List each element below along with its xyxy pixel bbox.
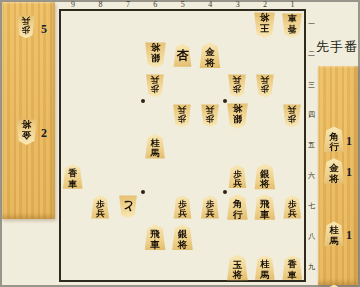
gote-hand-count-gold: 2 — [41, 126, 47, 141]
shogi-piece-bishop-sente-3七[interactable]: 角行 — [227, 194, 248, 220]
shogi-piece-lance-gote-1一[interactable]: 香車 — [282, 13, 302, 38]
piece-kanji: 車 — [260, 210, 270, 221]
board-cell-4五[interactable] — [198, 132, 225, 162]
board-cell-1六[interactable] — [281, 163, 308, 193]
piece-kanji: 将 — [233, 270, 243, 281]
piece-kanji: 車 — [288, 13, 297, 24]
board-cell-5九[interactable] — [171, 254, 198, 284]
rank-label-九: 九 — [307, 263, 316, 271]
piece-kanji: 車 — [150, 240, 160, 251]
board-cell-6七[interactable] — [143, 193, 170, 223]
rank-label-四: 四 — [307, 111, 316, 119]
piece-kanji: 歩 — [178, 114, 187, 124]
shogi-piece-pawn-sente-5七[interactable]: 歩兵 — [173, 195, 191, 219]
shogi-piece-knight-sente-hand[interactable]: 桂馬 — [324, 221, 344, 246]
shogi-piece-silver-sente-5八[interactable]: 銀将 — [172, 224, 193, 250]
piece-kanji: 馬 — [151, 148, 160, 159]
board-cell-4八[interactable] — [198, 223, 225, 253]
piece-kanji: 兵 — [288, 104, 297, 114]
board-cell-7五[interactable] — [116, 132, 143, 162]
rank-label-八: 八 — [307, 232, 316, 240]
board-cell-9三[interactable] — [61, 72, 88, 102]
shogi-piece-silver-sente-2六[interactable]: 銀将 — [254, 164, 275, 190]
piece-kanji: 兵 — [261, 74, 270, 84]
board-cell-6九[interactable] — [143, 254, 170, 284]
board-cell-3二[interactable] — [226, 41, 253, 71]
board-cell-7一[interactable] — [116, 11, 143, 41]
piece-kanji: 歩 — [206, 114, 215, 124]
shogi-piece-pawn-sente-1七[interactable]: 歩兵 — [283, 195, 301, 219]
shogi-piece-promoted-lance-sente-5二[interactable]: 杏 — [173, 44, 191, 68]
rank-label-一: 一 — [307, 20, 316, 28]
board-cell-2二[interactable] — [253, 41, 280, 71]
piece-kanji: 兵 — [178, 209, 187, 219]
piece-kanji: 歩 — [22, 25, 31, 35]
board-cell-7六[interactable] — [116, 163, 143, 193]
board-cell-4六[interactable] — [198, 163, 225, 193]
piece-kanji: 香 — [288, 23, 297, 34]
piece-kanji: 将 — [150, 42, 160, 53]
board-cell-9五[interactable] — [61, 132, 88, 162]
shogi-piece-pawn-sente-8七[interactable]: 歩兵 — [91, 195, 109, 219]
board-cell-6四[interactable] — [143, 102, 170, 132]
piece-kanji: 行 — [233, 210, 243, 221]
board-cell-2五[interactable] — [253, 132, 280, 162]
board-cell-8二[interactable] — [88, 41, 115, 71]
board-cell-9九[interactable] — [61, 254, 88, 284]
piece-kanji: 金 — [21, 130, 31, 141]
board-cell-1八[interactable] — [281, 223, 308, 253]
shogi-piece-king-sente-3九[interactable]: 玉将 — [227, 255, 248, 281]
board-cell-2四[interactable] — [253, 102, 280, 132]
board-cell-6一[interactable] — [143, 11, 170, 41]
piece-kanji: 香 — [288, 259, 297, 270]
piece-kanji: 兵 — [233, 74, 242, 84]
shogi-piece-gold-sente-hand[interactable]: 金将 — [324, 158, 345, 184]
board-cell-3八[interactable] — [226, 223, 253, 253]
board-cell-4三[interactable] — [198, 72, 225, 102]
file-label-5: 5 — [169, 0, 196, 9]
piece-kanji: 将 — [205, 58, 215, 69]
piece-kanji: 行 — [329, 142, 339, 153]
shogi-piece-pawn-gote-2三[interactable]: 歩兵 — [256, 74, 274, 98]
piece-kanji: 馬 — [260, 270, 269, 281]
board-cell-9二[interactable] — [61, 41, 88, 71]
piece-kanji: 飛 — [150, 229, 160, 240]
piece-kanji: 歩 — [151, 84, 160, 94]
board-cell-1五[interactable] — [281, 132, 308, 162]
piece-kanji: 将 — [178, 240, 188, 251]
board-cell-8六[interactable] — [88, 163, 115, 193]
shogi-piece-pawn-gote-6三[interactable]: 歩兵 — [146, 74, 164, 98]
piece-kanji: 車 — [68, 179, 77, 190]
shogi-piece-knight-sente-6五[interactable]: 桂馬 — [145, 134, 165, 159]
board-cell-9七[interactable] — [61, 193, 88, 223]
piece-kanji: と — [121, 200, 133, 214]
board-cell-9八[interactable] — [61, 223, 88, 253]
piece-kanji: 将 — [233, 103, 243, 114]
shogi-piece-bishop-sente-hand[interactable]: 角行 — [324, 127, 345, 153]
piece-kanji: 玉 — [233, 260, 243, 271]
shogi-piece-lance-sente-1九[interactable]: 香車 — [282, 255, 302, 280]
piece-kanji: 馬 — [330, 236, 339, 247]
piece-kanji: 香 — [68, 168, 77, 179]
piece-kanji: 兵 — [288, 209, 297, 219]
piece-kanji: 歩 — [288, 114, 297, 124]
piece-kanji: 将 — [21, 119, 31, 130]
piece-kanji: 角 — [233, 199, 243, 210]
board-cell-5六[interactable] — [171, 163, 198, 193]
board-cell-4一[interactable] — [198, 11, 225, 41]
shogi-piece-rook-sente-2七[interactable]: 飛車 — [254, 194, 275, 220]
piece-kanji: 金 — [205, 47, 215, 58]
board-cell-8五[interactable] — [88, 132, 115, 162]
board-cell-1二[interactable] — [281, 41, 308, 71]
board-cell-1三[interactable] — [281, 72, 308, 102]
piece-kanji: 兵 — [151, 74, 160, 84]
sente-hand-count-gold: 1 — [346, 165, 352, 180]
file-label-6: 6 — [142, 0, 169, 9]
board-cell-5五[interactable] — [171, 132, 198, 162]
board-cell-7九[interactable] — [116, 254, 143, 284]
shogi-viewer-window: 987654321 一二三四五六七八九 先手番 王将香車銀将杏金将歩兵歩兵歩兵歩… — [0, 0, 360, 287]
shogi-piece-pawn-sente-4七[interactable]: 歩兵 — [201, 195, 219, 219]
board-cell-8一[interactable] — [88, 11, 115, 41]
board-cell-8八[interactable] — [88, 223, 115, 253]
board-cell-7三[interactable] — [116, 72, 143, 102]
file-label-9: 9 — [60, 0, 87, 9]
board-cell-3五[interactable] — [226, 132, 253, 162]
piece-kanji: 兵 — [206, 209, 215, 219]
rank-label-七: 七 — [307, 202, 316, 210]
piece-kanji: 兵 — [233, 179, 242, 189]
board-cell-9四[interactable] — [61, 102, 88, 132]
board-cell-7四[interactable] — [116, 102, 143, 132]
rank-label-三: 三 — [307, 81, 316, 89]
shogi-piece-lance-sente-9六[interactable]: 香車 — [63, 164, 83, 189]
board-cell-8四[interactable] — [88, 102, 115, 132]
file-label-7: 7 — [114, 0, 141, 9]
shogi-piece-knight-sente-2九[interactable]: 桂馬 — [255, 255, 275, 280]
board-cell-7二[interactable] — [116, 41, 143, 71]
piece-kanji: 将 — [329, 174, 339, 185]
piece-kanji: 銀 — [178, 229, 188, 240]
sente-hand-count-bishop: 1 — [346, 134, 352, 149]
piece-kanji: 銀 — [233, 114, 243, 125]
board-cell-3一[interactable] — [226, 11, 253, 41]
piece-kanji: 歩 — [261, 84, 270, 94]
board-cell-5一[interactable] — [171, 11, 198, 41]
piece-kanji: 銀 — [150, 53, 160, 64]
turn-indicator: 先手番 — [316, 38, 360, 56]
file-label-4: 4 — [197, 0, 224, 9]
piece-kanji: 桂 — [330, 225, 339, 236]
piece-kanji: 金 — [329, 163, 339, 174]
board-cell-6六[interactable] — [143, 163, 170, 193]
piece-kanji: 桂 — [151, 138, 160, 149]
shogi-piece-pawn-sente-3六[interactable]: 歩兵 — [228, 165, 246, 189]
file-label-1: 1 — [279, 0, 306, 9]
piece-kanji: 兵 — [206, 104, 215, 114]
rank-label-五: 五 — [307, 141, 316, 149]
board-cell-8三[interactable] — [88, 72, 115, 102]
board-cell-4九[interactable] — [198, 254, 225, 284]
file-label-2: 2 — [252, 0, 279, 9]
piece-kanji: 兵 — [178, 104, 187, 114]
gote-hand-count-pawn: 5 — [41, 22, 47, 37]
board-cell-5三[interactable] — [171, 72, 198, 102]
board-cell-2八[interactable] — [253, 223, 280, 253]
board-cell-9一[interactable] — [61, 11, 88, 41]
piece-kanji: 杏 — [176, 48, 188, 62]
piece-kanji: 将 — [260, 12, 270, 23]
file-label-3: 3 — [224, 0, 251, 9]
rank-label-六: 六 — [307, 172, 316, 180]
piece-kanji: 飛 — [260, 199, 270, 210]
piece-kanji: 桂 — [260, 259, 269, 270]
piece-kanji: 歩 — [233, 84, 242, 94]
piece-kanji: 銀 — [260, 169, 270, 180]
piece-kanji: 兵 — [96, 209, 105, 219]
shogi-piece-pawn-gote-hand[interactable]: 歩兵 — [17, 15, 35, 39]
piece-kanji: 車 — [288, 270, 297, 281]
sente-hand-count-knight: 1 — [346, 228, 352, 243]
piece-kanji: 将 — [260, 179, 270, 190]
shogi-piece-rook-sente-6八[interactable]: 飛車 — [145, 224, 166, 250]
board-cell-7八[interactable] — [116, 223, 143, 253]
piece-kanji: 兵 — [22, 15, 31, 25]
board-cell-8九[interactable] — [88, 254, 115, 284]
rank-label-二: 二 — [307, 50, 316, 58]
piece-kanji: 王 — [260, 23, 270, 34]
piece-kanji: 角 — [329, 132, 339, 143]
file-label-8: 8 — [87, 0, 114, 9]
shogi-piece-gold-sente-4二[interactable]: 金将 — [199, 42, 220, 68]
